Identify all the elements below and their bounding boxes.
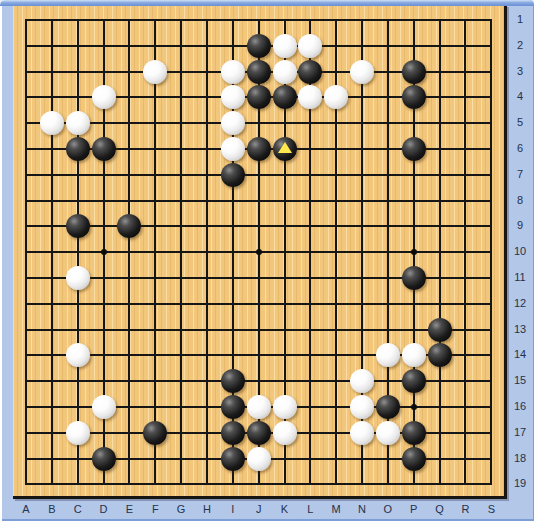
white-stone [324, 85, 348, 109]
black-stone [143, 421, 167, 445]
black-stone [66, 214, 90, 238]
black-stone [428, 343, 452, 367]
column-label-A: A [17, 503, 35, 515]
black-stone [402, 137, 426, 161]
column-label-C: C [69, 503, 87, 515]
white-stone [66, 266, 90, 290]
black-stone [117, 214, 141, 238]
star-point [411, 404, 417, 410]
black-stone [247, 137, 271, 161]
white-stone [247, 395, 271, 419]
black-stone [402, 421, 426, 445]
black-stone [402, 266, 426, 290]
row-label-8: 8 [508, 194, 532, 206]
column-label-N: N [353, 503, 371, 515]
column-label-B: B [43, 503, 61, 515]
row-label-2: 2 [508, 39, 532, 51]
white-stone [376, 421, 400, 445]
black-stone [92, 447, 116, 471]
column-labels: ABCDEFGHIJKLMNOPQRS [0, 499, 534, 521]
row-label-5: 5 [508, 116, 532, 128]
white-stone [221, 111, 245, 135]
column-label-H: H [198, 503, 216, 515]
row-label-12: 12 [508, 297, 532, 309]
grid-line [439, 19, 441, 485]
row-label-4: 4 [508, 90, 532, 102]
row-label-15: 15 [508, 374, 532, 386]
white-stone [350, 60, 374, 84]
white-stone [402, 343, 426, 367]
black-stone [376, 395, 400, 419]
white-stone [66, 111, 90, 135]
last-move-triangle-marker [278, 142, 292, 153]
grid-line [25, 329, 492, 331]
black-stone [402, 369, 426, 393]
black-stone [221, 163, 245, 187]
black-stone [298, 60, 322, 84]
column-label-K: K [276, 503, 294, 515]
row-label-6: 6 [508, 142, 532, 154]
black-stone [402, 447, 426, 471]
go-board[interactable] [13, 5, 507, 499]
column-label-S: S [482, 503, 500, 515]
white-stone [273, 395, 297, 419]
row-label-19: 19 [508, 477, 532, 489]
star-point [411, 249, 417, 255]
black-stone [221, 421, 245, 445]
white-stone [221, 137, 245, 161]
grid-line [490, 19, 492, 485]
row-label-10: 10 [508, 245, 532, 257]
black-stone [92, 137, 116, 161]
row-label-14: 14 [508, 348, 532, 360]
row-label-17: 17 [508, 426, 532, 438]
column-label-M: M [327, 503, 345, 515]
white-stone [298, 85, 322, 109]
row-label-7: 7 [508, 168, 532, 180]
white-stone [92, 85, 116, 109]
star-point [101, 249, 107, 255]
window-title-bar [0, 0, 534, 6]
black-stone [66, 137, 90, 161]
column-label-F: F [146, 503, 164, 515]
black-stone [221, 447, 245, 471]
go-board-window: ABCDEFGHIJKLMNOPQRS 12345678910111213141… [0, 0, 534, 521]
black-stone [428, 318, 452, 342]
white-stone [221, 60, 245, 84]
black-stone [402, 85, 426, 109]
black-stone [221, 369, 245, 393]
white-stone [92, 395, 116, 419]
column-label-D: D [95, 503, 113, 515]
black-stone [247, 34, 271, 58]
white-stone [247, 447, 271, 471]
white-stone [350, 395, 374, 419]
column-label-O: O [379, 503, 397, 515]
black-stone [221, 395, 245, 419]
column-label-P: P [405, 503, 423, 515]
black-stone [273, 85, 297, 109]
row-label-1: 1 [508, 13, 532, 25]
white-stone [298, 34, 322, 58]
white-stone [350, 369, 374, 393]
grid-line [25, 303, 492, 305]
black-stone [247, 60, 271, 84]
column-label-R: R [456, 503, 474, 515]
white-stone [273, 60, 297, 84]
white-stone [376, 343, 400, 367]
black-stone [247, 421, 271, 445]
grid-line [25, 483, 492, 485]
row-label-3: 3 [508, 65, 532, 77]
grid-line [464, 19, 466, 485]
row-label-16: 16 [508, 400, 532, 412]
row-label-11: 11 [508, 271, 532, 283]
column-label-E: E [120, 503, 138, 515]
white-stone [273, 421, 297, 445]
column-label-G: G [172, 503, 190, 515]
white-stone [66, 421, 90, 445]
row-labels: 12345678910111213141516171819 [507, 0, 534, 499]
white-stone [40, 111, 64, 135]
white-stone [273, 34, 297, 58]
column-label-J: J [250, 503, 268, 515]
row-label-18: 18 [508, 452, 532, 464]
row-label-13: 13 [508, 323, 532, 335]
column-label-I: I [224, 503, 242, 515]
black-stone [402, 60, 426, 84]
white-stone [221, 85, 245, 109]
black-stone [247, 85, 271, 109]
white-stone [350, 421, 374, 445]
white-stone [143, 60, 167, 84]
row-label-9: 9 [508, 219, 532, 231]
column-label-L: L [301, 503, 319, 515]
column-label-Q: Q [431, 503, 449, 515]
star-point [256, 249, 262, 255]
white-stone [66, 343, 90, 367]
